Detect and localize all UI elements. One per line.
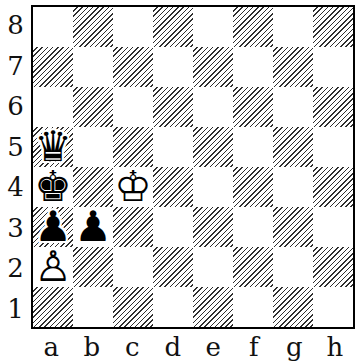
square-a6 bbox=[33, 87, 73, 127]
square-f1 bbox=[233, 287, 273, 327]
square-h1 bbox=[313, 287, 353, 327]
square-g4 bbox=[273, 167, 313, 207]
square-d7 bbox=[153, 47, 193, 87]
white-pawn: ♙ bbox=[34, 247, 72, 287]
square-c8 bbox=[113, 7, 153, 47]
square-d6 bbox=[153, 87, 193, 127]
square-c2 bbox=[113, 247, 153, 287]
file-label-d: d bbox=[153, 331, 194, 363]
square-h4 bbox=[313, 167, 353, 207]
chess-board: ♛♚♔♟♟♙ bbox=[31, 5, 355, 329]
rank-label-8: 8 bbox=[0, 5, 31, 46]
rank-label-7: 7 bbox=[0, 46, 31, 87]
square-h8 bbox=[313, 7, 353, 47]
square-d4 bbox=[153, 167, 193, 207]
black-queen: ♛ bbox=[34, 127, 72, 167]
square-f6 bbox=[233, 87, 273, 127]
square-g3 bbox=[273, 207, 313, 247]
square-b5 bbox=[73, 127, 113, 167]
square-d1 bbox=[153, 287, 193, 327]
rank-label-3: 3 bbox=[0, 208, 31, 249]
square-g5 bbox=[273, 127, 313, 167]
square-b1 bbox=[73, 287, 113, 327]
square-e5 bbox=[193, 127, 233, 167]
square-f3 bbox=[233, 207, 273, 247]
file-label-a: a bbox=[31, 331, 72, 363]
square-f8 bbox=[233, 7, 273, 47]
square-d2 bbox=[153, 247, 193, 287]
file-label-h: h bbox=[315, 331, 356, 363]
square-c7 bbox=[113, 47, 153, 87]
rank-label-5: 5 bbox=[0, 127, 31, 168]
white-king: ♔ bbox=[114, 167, 152, 207]
square-c3 bbox=[113, 207, 153, 247]
square-a2: ♙ bbox=[33, 247, 73, 287]
rank-label-1: 1 bbox=[0, 289, 31, 330]
square-a1 bbox=[33, 287, 73, 327]
square-h7 bbox=[313, 47, 353, 87]
square-e7 bbox=[193, 47, 233, 87]
square-h6 bbox=[313, 87, 353, 127]
square-a4: ♚ bbox=[33, 167, 73, 207]
chess-diagram: 8 7 6 5 4 3 2 1 ♛♚♔♟♟♙ a b c d e f g h bbox=[0, 0, 364, 364]
square-f7 bbox=[233, 47, 273, 87]
square-c5 bbox=[113, 127, 153, 167]
square-b7 bbox=[73, 47, 113, 87]
square-g2 bbox=[273, 247, 313, 287]
square-h3 bbox=[313, 207, 353, 247]
square-e2 bbox=[193, 247, 233, 287]
square-f4 bbox=[233, 167, 273, 207]
file-label-c: c bbox=[112, 331, 153, 363]
square-c4: ♔ bbox=[113, 167, 153, 207]
square-g7 bbox=[273, 47, 313, 87]
square-e4 bbox=[193, 167, 233, 207]
black-pawn: ♟ bbox=[74, 207, 112, 247]
square-a5: ♛ bbox=[33, 127, 73, 167]
file-label-g: g bbox=[274, 331, 315, 363]
file-labels: a b c d e f g h bbox=[31, 331, 355, 363]
square-a3: ♟ bbox=[33, 207, 73, 247]
square-g1 bbox=[273, 287, 313, 327]
square-a7 bbox=[33, 47, 73, 87]
black-king: ♚ bbox=[34, 167, 72, 207]
square-d8 bbox=[153, 7, 193, 47]
square-h5 bbox=[313, 127, 353, 167]
square-c1 bbox=[113, 287, 153, 327]
square-a8 bbox=[33, 7, 73, 47]
square-e1 bbox=[193, 287, 233, 327]
square-e3 bbox=[193, 207, 233, 247]
rank-labels: 8 7 6 5 4 3 2 1 bbox=[0, 5, 31, 329]
square-h2 bbox=[313, 247, 353, 287]
square-e6 bbox=[193, 87, 233, 127]
file-label-e: e bbox=[193, 331, 234, 363]
rank-label-6: 6 bbox=[0, 86, 31, 127]
square-b2 bbox=[73, 247, 113, 287]
square-b6 bbox=[73, 87, 113, 127]
square-f2 bbox=[233, 247, 273, 287]
square-g8 bbox=[273, 7, 313, 47]
square-b3: ♟ bbox=[73, 207, 113, 247]
square-f5 bbox=[233, 127, 273, 167]
file-label-f: f bbox=[234, 331, 275, 363]
black-pawn: ♟ bbox=[34, 207, 72, 247]
file-label-b: b bbox=[72, 331, 113, 363]
square-g6 bbox=[273, 87, 313, 127]
square-b4 bbox=[73, 167, 113, 207]
square-e8 bbox=[193, 7, 233, 47]
square-d5 bbox=[153, 127, 193, 167]
square-d3 bbox=[153, 207, 193, 247]
rank-label-2: 2 bbox=[0, 248, 31, 289]
rank-label-4: 4 bbox=[0, 167, 31, 208]
square-b8 bbox=[73, 7, 113, 47]
square-c6 bbox=[113, 87, 153, 127]
